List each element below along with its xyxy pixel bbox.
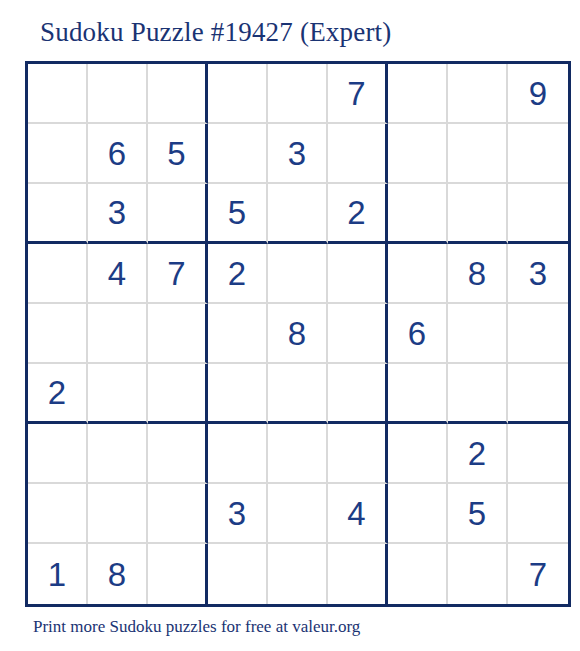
cell-r3c1[interactable] xyxy=(28,184,88,244)
cell-r8c9[interactable] xyxy=(508,484,568,544)
cell-r5c5[interactable]: 8 xyxy=(268,304,328,364)
cell-r9c1[interactable]: 1 xyxy=(28,544,88,604)
cell-r7c2[interactable] xyxy=(88,424,148,484)
cell-r8c1[interactable] xyxy=(28,484,88,544)
cell-r8c3[interactable] xyxy=(148,484,208,544)
cell-r4c7[interactable] xyxy=(388,244,448,304)
cell-r9c8[interactable] xyxy=(448,544,508,604)
cell-r5c6[interactable] xyxy=(328,304,388,364)
cell-r2c5[interactable]: 3 xyxy=(268,124,328,184)
cell-r4c9[interactable]: 3 xyxy=(508,244,568,304)
cell-r2c3[interactable]: 5 xyxy=(148,124,208,184)
cell-r2c1[interactable] xyxy=(28,124,88,184)
cell-r5c4[interactable] xyxy=(208,304,268,364)
cell-r5c8[interactable] xyxy=(448,304,508,364)
cell-r1c3[interactable] xyxy=(148,64,208,124)
cell-r6c1[interactable]: 2 xyxy=(28,364,88,424)
cell-r4c3[interactable]: 7 xyxy=(148,244,208,304)
cell-r2c6[interactable] xyxy=(328,124,388,184)
cell-r9c3[interactable] xyxy=(148,544,208,604)
cell-r8c2[interactable] xyxy=(88,484,148,544)
cell-r4c4[interactable]: 2 xyxy=(208,244,268,304)
cell-r6c6[interactable] xyxy=(328,364,388,424)
cell-r6c4[interactable] xyxy=(208,364,268,424)
cell-r6c3[interactable] xyxy=(148,364,208,424)
cell-r1c6[interactable]: 7 xyxy=(328,64,388,124)
cell-r8c5[interactable] xyxy=(268,484,328,544)
cell-r8c8[interactable]: 5 xyxy=(448,484,508,544)
sudoku-board: 79653352472838622345187 xyxy=(25,61,571,607)
cell-r1c8[interactable] xyxy=(448,64,508,124)
cell-r3c7[interactable] xyxy=(388,184,448,244)
cell-r6c2[interactable] xyxy=(88,364,148,424)
cell-r4c1[interactable] xyxy=(28,244,88,304)
cell-r4c6[interactable] xyxy=(328,244,388,304)
cell-r5c2[interactable] xyxy=(88,304,148,364)
cell-r8c7[interactable] xyxy=(388,484,448,544)
cell-r2c8[interactable] xyxy=(448,124,508,184)
cell-r5c9[interactable] xyxy=(508,304,568,364)
cell-r6c5[interactable] xyxy=(268,364,328,424)
cell-r1c5[interactable] xyxy=(268,64,328,124)
cell-r7c5[interactable] xyxy=(268,424,328,484)
cell-r9c6[interactable] xyxy=(328,544,388,604)
cell-r7c3[interactable] xyxy=(148,424,208,484)
footer-text: Print more Sudoku puzzles for free at va… xyxy=(33,617,580,637)
cell-r7c1[interactable] xyxy=(28,424,88,484)
cell-r3c5[interactable] xyxy=(268,184,328,244)
cell-r2c4[interactable] xyxy=(208,124,268,184)
cell-r3c2[interactable]: 3 xyxy=(88,184,148,244)
cell-r3c9[interactable] xyxy=(508,184,568,244)
cell-r1c2[interactable] xyxy=(88,64,148,124)
cell-r8c6[interactable]: 4 xyxy=(328,484,388,544)
cell-r3c8[interactable] xyxy=(448,184,508,244)
cell-r7c8[interactable]: 2 xyxy=(448,424,508,484)
cell-r8c4[interactable]: 3 xyxy=(208,484,268,544)
cell-r9c5[interactable] xyxy=(268,544,328,604)
cell-r5c1[interactable] xyxy=(28,304,88,364)
cell-r9c9[interactable]: 7 xyxy=(508,544,568,604)
cell-r1c4[interactable] xyxy=(208,64,268,124)
cell-r4c5[interactable] xyxy=(268,244,328,304)
cell-r3c4[interactable]: 5 xyxy=(208,184,268,244)
cell-r6c9[interactable] xyxy=(508,364,568,424)
cell-r5c3[interactable] xyxy=(148,304,208,364)
cell-r2c7[interactable] xyxy=(388,124,448,184)
cell-r1c7[interactable] xyxy=(388,64,448,124)
cell-r6c7[interactable] xyxy=(388,364,448,424)
cell-r6c8[interactable] xyxy=(448,364,508,424)
cell-r3c3[interactable] xyxy=(148,184,208,244)
cell-r1c1[interactable] xyxy=(28,64,88,124)
cell-r7c9[interactable] xyxy=(508,424,568,484)
cell-r3c6[interactable]: 2 xyxy=(328,184,388,244)
cell-r7c4[interactable] xyxy=(208,424,268,484)
page-title: Sudoku Puzzle #19427 (Expert) xyxy=(0,0,580,48)
cell-r2c2[interactable]: 6 xyxy=(88,124,148,184)
cell-r7c7[interactable] xyxy=(388,424,448,484)
page: Sudoku Puzzle #19427 (Expert) 7965335247… xyxy=(0,0,580,651)
cell-r4c8[interactable]: 8 xyxy=(448,244,508,304)
cell-r2c9[interactable] xyxy=(508,124,568,184)
cell-r9c4[interactable] xyxy=(208,544,268,604)
cell-r9c7[interactable] xyxy=(388,544,448,604)
cell-r7c6[interactable] xyxy=(328,424,388,484)
cell-r9c2[interactable]: 8 xyxy=(88,544,148,604)
cell-r1c9[interactable]: 9 xyxy=(508,64,568,124)
cell-r4c2[interactable]: 4 xyxy=(88,244,148,304)
cell-r5c7[interactable]: 6 xyxy=(388,304,448,364)
